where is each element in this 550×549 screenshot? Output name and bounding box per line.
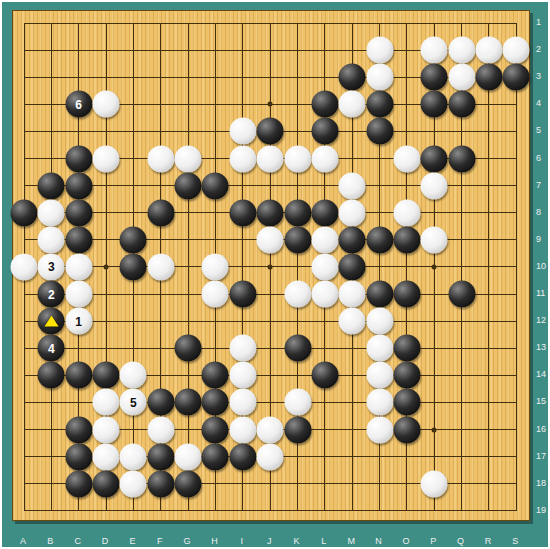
black-stone-M10[interactable]: [339, 253, 366, 280]
black-stone-F15[interactable]: [147, 389, 174, 416]
black-stone-M9[interactable]: [339, 226, 366, 253]
white-stone-A10[interactable]: [11, 253, 38, 280]
white-stone-E14[interactable]: [120, 362, 147, 389]
black-stone-R3[interactable]: [475, 64, 502, 91]
white-stone-J6[interactable]: [257, 145, 284, 172]
white-stone-D4[interactable]: [93, 91, 120, 118]
white-stone-K15[interactable]: [284, 389, 311, 416]
white-stone-M4[interactable]: [339, 91, 366, 118]
white-stone-S2[interactable]: [503, 37, 530, 64]
move-number-label: 2: [48, 288, 55, 300]
move-number-label: 6: [75, 98, 82, 110]
black-stone-L5[interactable]: [311, 118, 338, 145]
black-stone-B7[interactable]: [38, 172, 65, 199]
white-stone-D15[interactable]: [93, 389, 120, 416]
column-label-N: N: [375, 536, 382, 546]
white-stone-D17[interactable]: [93, 443, 120, 470]
black-stone-G7[interactable]: [175, 172, 202, 199]
black-stone-H15[interactable]: [202, 389, 229, 416]
black-stone-H14[interactable]: [202, 362, 229, 389]
black-stone-G15[interactable]: [175, 389, 202, 416]
column-label-E: E: [129, 536, 135, 546]
black-stone-O13[interactable]: [393, 335, 420, 362]
black-stone-P3[interactable]: [421, 64, 448, 91]
black-stone-C6[interactable]: [65, 145, 92, 172]
white-stone-R2[interactable]: [475, 37, 502, 64]
row-label-1: 1: [536, 17, 541, 27]
white-stone-N14[interactable]: [366, 362, 393, 389]
white-stone-N2[interactable]: [366, 37, 393, 64]
white-stone-M8[interactable]: [339, 199, 366, 226]
white-stone-F10[interactable]: [147, 253, 174, 280]
column-label-Q: Q: [457, 536, 464, 546]
row-label-4: 4: [536, 98, 541, 108]
column-label-A: A: [20, 536, 26, 546]
row-label-2: 2: [536, 44, 541, 54]
move-number-label: 1: [75, 315, 82, 327]
black-stone-K9[interactable]: [284, 226, 311, 253]
column-label-M: M: [347, 536, 355, 546]
row-label-10: 10: [536, 261, 546, 271]
white-stone-B10[interactable]: 3: [38, 253, 65, 280]
go-board[interactable]: 632145: [12, 10, 530, 521]
black-stone-C16[interactable]: [65, 416, 92, 443]
white-stone-N3[interactable]: [366, 64, 393, 91]
black-stone-G18[interactable]: [175, 470, 202, 497]
black-stone-O14[interactable]: [393, 362, 420, 389]
white-stone-L10[interactable]: [311, 253, 338, 280]
go-game-window: 632145 ABCDEFGHIJKLMNOPQRS12345678910111…: [0, 0, 550, 549]
black-stone-L14[interactable]: [311, 362, 338, 389]
white-stone-I5[interactable]: [229, 118, 256, 145]
white-stone-O8[interactable]: [393, 199, 420, 226]
column-label-H: H: [211, 536, 218, 546]
row-label-5: 5: [536, 125, 541, 135]
white-stone-K6[interactable]: [284, 145, 311, 172]
black-stone-H7[interactable]: [202, 172, 229, 199]
column-label-O: O: [402, 536, 409, 546]
white-stone-I16[interactable]: [229, 416, 256, 443]
white-stone-L6[interactable]: [311, 145, 338, 172]
black-stone-C14[interactable]: [65, 362, 92, 389]
white-stone-C12[interactable]: 1: [65, 308, 92, 335]
row-label-11: 11: [536, 288, 545, 298]
white-stone-Q2[interactable]: [448, 37, 475, 64]
black-stone-L8[interactable]: [311, 199, 338, 226]
black-stone-B13[interactable]: 4: [38, 335, 65, 362]
black-stone-O9[interactable]: [393, 226, 420, 253]
black-stone-S3[interactable]: [503, 64, 530, 91]
column-label-C: C: [74, 536, 81, 546]
black-stone-K8[interactable]: [284, 199, 311, 226]
white-stone-N13[interactable]: [366, 335, 393, 362]
white-stone-I15[interactable]: [229, 389, 256, 416]
row-label-6: 6: [536, 153, 541, 163]
white-stone-I14[interactable]: [229, 362, 256, 389]
black-stone-P4[interactable]: [421, 91, 448, 118]
black-stone-D14[interactable]: [93, 362, 120, 389]
column-label-F: F: [157, 536, 163, 546]
white-stone-J9[interactable]: [257, 226, 284, 253]
star-point: [268, 264, 273, 269]
white-stone-B8[interactable]: [38, 199, 65, 226]
white-stone-I13[interactable]: [229, 335, 256, 362]
black-stone-J8[interactable]: [257, 199, 284, 226]
row-label-9: 9: [536, 234, 541, 244]
board-grid-line-horizontal: [24, 321, 517, 322]
black-stone-P6[interactable]: [421, 145, 448, 172]
black-stone-O11[interactable]: [393, 281, 420, 308]
black-stone-C9[interactable]: [65, 226, 92, 253]
black-stone-F8[interactable]: [147, 199, 174, 226]
white-stone-J16[interactable]: [257, 416, 284, 443]
move-number-label: 5: [130, 396, 137, 408]
move-number-label: 4: [48, 342, 55, 354]
black-stone-C18[interactable]: [65, 470, 92, 497]
white-stone-M12[interactable]: [339, 308, 366, 335]
white-stone-Q3[interactable]: [448, 64, 475, 91]
row-label-7: 7: [536, 180, 541, 190]
black-stone-Q4[interactable]: [448, 91, 475, 118]
black-stone-C4[interactable]: 6: [65, 91, 92, 118]
white-stone-P7[interactable]: [421, 172, 448, 199]
white-stone-F6[interactable]: [147, 145, 174, 172]
black-stone-I17[interactable]: [229, 443, 256, 470]
black-stone-I8[interactable]: [229, 199, 256, 226]
star-point: [432, 264, 437, 269]
row-label-8: 8: [536, 207, 541, 217]
black-stone-K16[interactable]: [284, 416, 311, 443]
white-stone-N15[interactable]: [366, 389, 393, 416]
white-stone-O6[interactable]: [393, 145, 420, 172]
white-stone-M11[interactable]: [339, 281, 366, 308]
board-grid-line-horizontal: [24, 348, 517, 349]
row-label-3: 3: [536, 71, 541, 81]
black-stone-J5[interactable]: [257, 118, 284, 145]
black-stone-M3[interactable]: [339, 64, 366, 91]
white-stone-P18[interactable]: [421, 470, 448, 497]
black-stone-N9[interactable]: [366, 226, 393, 253]
row-label-18: 18: [536, 478, 546, 488]
black-stone-F17[interactable]: [147, 443, 174, 470]
black-stone-A8[interactable]: [11, 199, 38, 226]
white-stone-D16[interactable]: [93, 416, 120, 443]
white-stone-N16[interactable]: [366, 416, 393, 443]
white-stone-F16[interactable]: [147, 416, 174, 443]
board-grid-line-vertical: [488, 23, 489, 512]
black-stone-N11[interactable]: [366, 281, 393, 308]
board-grid-line-horizontal: [24, 294, 517, 295]
star-point: [268, 102, 273, 107]
black-stone-B14[interactable]: [38, 362, 65, 389]
white-stone-G17[interactable]: [175, 443, 202, 470]
column-label-K: K: [293, 536, 299, 546]
white-stone-G6[interactable]: [175, 145, 202, 172]
board-grid-line-horizontal: [24, 510, 517, 511]
white-stone-P2[interactable]: [421, 37, 448, 64]
white-stone-N12[interactable]: [366, 308, 393, 335]
black-stone-Q6[interactable]: [448, 145, 475, 172]
column-label-R: R: [485, 536, 492, 546]
black-stone-C7[interactable]: [65, 172, 92, 199]
black-stone-F18[interactable]: [147, 470, 174, 497]
black-stone-L4[interactable]: [311, 91, 338, 118]
triangle-marker: [44, 316, 58, 327]
white-stone-H10[interactable]: [202, 253, 229, 280]
black-stone-C17[interactable]: [65, 443, 92, 470]
column-label-S: S: [512, 536, 518, 546]
row-label-12: 12: [536, 315, 546, 325]
white-stone-E15[interactable]: 5: [120, 389, 147, 416]
black-stone-O16[interactable]: [393, 416, 420, 443]
row-label-15: 15: [536, 396, 546, 406]
board-grid-line-vertical: [516, 23, 517, 512]
black-stone-G13[interactable]: [175, 335, 202, 362]
star-point: [432, 427, 437, 432]
black-stone-K13[interactable]: [284, 335, 311, 362]
black-stone-O15[interactable]: [393, 389, 420, 416]
move-number-label: 3: [48, 261, 55, 273]
white-stone-E18[interactable]: [120, 470, 147, 497]
white-stone-D6[interactable]: [93, 145, 120, 172]
black-stone-E9[interactable]: [120, 226, 147, 253]
white-stone-P9[interactable]: [421, 226, 448, 253]
white-stone-H11[interactable]: [202, 281, 229, 308]
row-label-14: 14: [536, 369, 546, 379]
column-label-D: D: [102, 536, 109, 546]
white-stone-C11[interactable]: [65, 281, 92, 308]
column-label-B: B: [47, 536, 53, 546]
black-stone-Q11[interactable]: [448, 281, 475, 308]
white-stone-L9[interactable]: [311, 226, 338, 253]
column-label-G: G: [184, 536, 191, 546]
black-stone-B12[interactable]: [38, 308, 65, 335]
column-label-L: L: [321, 536, 326, 546]
black-stone-E10[interactable]: [120, 253, 147, 280]
column-label-P: P: [430, 536, 436, 546]
white-stone-I6[interactable]: [229, 145, 256, 172]
row-label-13: 13: [536, 342, 546, 352]
white-stone-C10[interactable]: [65, 253, 92, 280]
black-stone-C8[interactable]: [65, 199, 92, 226]
white-stone-B9[interactable]: [38, 226, 65, 253]
white-stone-J17[interactable]: [257, 443, 284, 470]
black-stone-I11[interactable]: [229, 281, 256, 308]
black-stone-H16[interactable]: [202, 416, 229, 443]
row-label-16: 16: [536, 424, 546, 434]
column-label-I: I: [241, 536, 244, 546]
white-stone-E17[interactable]: [120, 443, 147, 470]
white-stone-K11[interactable]: [284, 281, 311, 308]
black-stone-D18[interactable]: [93, 470, 120, 497]
column-label-J: J: [267, 536, 272, 546]
row-label-19: 19: [536, 505, 546, 515]
black-stone-B11[interactable]: 2: [38, 281, 65, 308]
black-stone-N4[interactable]: [366, 91, 393, 118]
row-label-17: 17: [536, 451, 546, 461]
white-stone-M7[interactable]: [339, 172, 366, 199]
white-stone-L11[interactable]: [311, 281, 338, 308]
star-point: [104, 264, 109, 269]
black-stone-N5[interactable]: [366, 118, 393, 145]
black-stone-H17[interactable]: [202, 443, 229, 470]
